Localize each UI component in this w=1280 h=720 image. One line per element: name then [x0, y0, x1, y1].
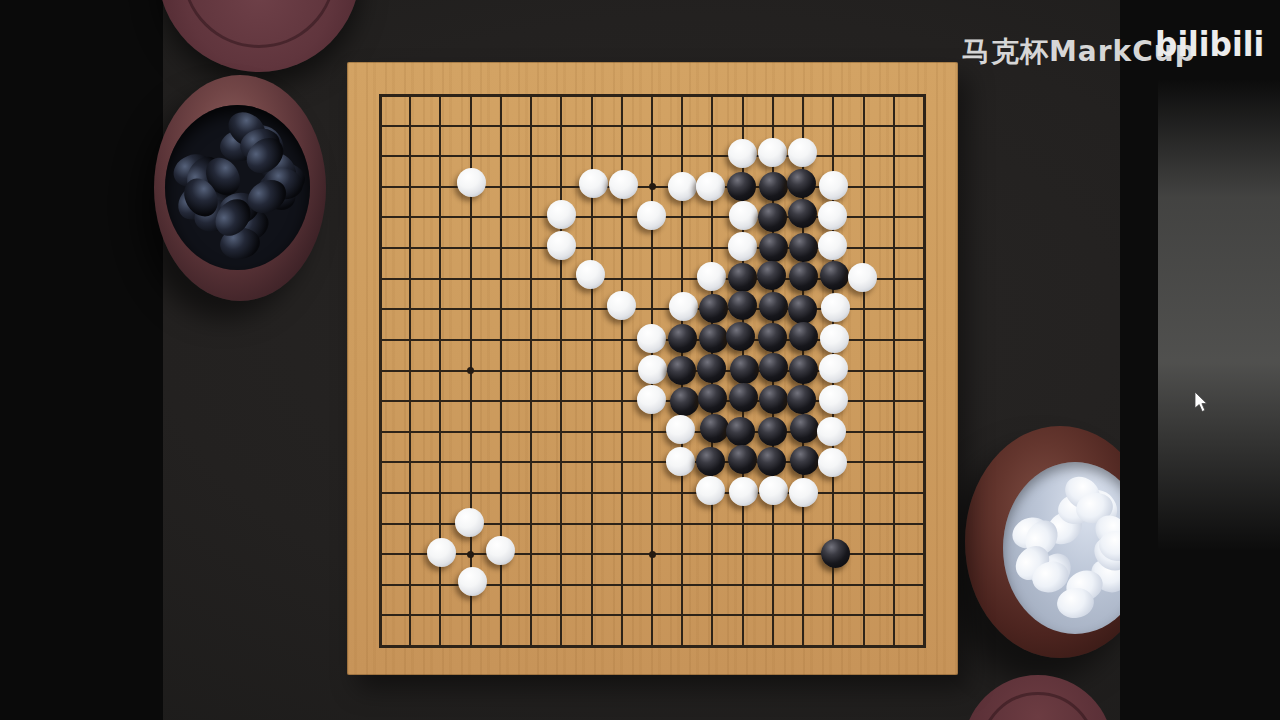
white-stone [486, 536, 515, 565]
white-stone [818, 448, 847, 477]
bowl-lid-bottom [963, 675, 1113, 720]
black-stone [789, 262, 818, 291]
white-stone [728, 139, 757, 168]
mouse-cursor-icon [1194, 392, 1210, 418]
white-stone [669, 292, 698, 321]
black-stone [821, 539, 850, 568]
black-stone [668, 324, 697, 353]
white-stone [817, 417, 846, 446]
video-frame[interactable]: 马克杯MarkCup bilibili [0, 0, 1280, 720]
white-stone [729, 201, 758, 230]
black-stone [788, 199, 817, 228]
left-black-strip [0, 0, 163, 720]
white-stone [579, 169, 608, 198]
white-stone [758, 138, 787, 167]
white-stone [820, 324, 849, 353]
black-stone [667, 356, 696, 385]
white-stone [819, 171, 848, 200]
white-stone [427, 538, 456, 567]
white-stone [609, 170, 638, 199]
black-stone [698, 384, 727, 413]
black-stone [730, 355, 759, 384]
go-board [347, 62, 958, 675]
white-stone [638, 355, 667, 384]
white-stone [666, 447, 695, 476]
white-stone [819, 354, 848, 383]
black-stone [726, 322, 755, 351]
white-stone [788, 138, 817, 167]
white-stone [728, 232, 757, 261]
right-black-strip [1120, 0, 1280, 720]
white-stone [666, 415, 695, 444]
white-stone [848, 263, 877, 292]
white-stone [818, 231, 847, 260]
black-stone [696, 447, 725, 476]
black-stone [759, 233, 788, 262]
black-stone [757, 447, 786, 476]
black-stone [757, 261, 786, 290]
black-stone [787, 385, 816, 414]
black-stone [699, 324, 728, 353]
black-stone [700, 414, 729, 443]
white-stone [697, 262, 726, 291]
black-stone [789, 322, 818, 351]
white-stone [818, 201, 847, 230]
black-stone [697, 354, 726, 383]
black-stone [728, 291, 757, 320]
white-stone [759, 476, 788, 505]
right-gray-glow [1158, 80, 1280, 550]
white-stone [547, 231, 576, 260]
black-stone [728, 263, 757, 292]
white-stone [576, 260, 605, 289]
black-stone [759, 385, 788, 414]
black-stone [727, 172, 756, 201]
white-stone [458, 567, 487, 596]
black-stone [758, 203, 787, 232]
white-stone [729, 477, 758, 506]
black-stone [788, 295, 817, 324]
black-stone [728, 445, 757, 474]
black-stone [820, 261, 849, 290]
black-stone [759, 292, 788, 321]
white-stone [547, 200, 576, 229]
black-stones-bowl [154, 75, 326, 301]
white-stone [637, 385, 666, 414]
black-stones-bowl-interior [165, 105, 310, 270]
black-stone [729, 383, 758, 412]
white-stone [455, 508, 484, 537]
black-stone [789, 233, 818, 262]
black-stone [726, 417, 755, 446]
white-stone [668, 172, 697, 201]
white-stone [819, 385, 848, 414]
black-stone [759, 353, 788, 382]
white-stone [607, 291, 636, 320]
black-stone [670, 387, 699, 416]
white-stone [789, 478, 818, 507]
black-stone [790, 446, 819, 475]
black-stone [758, 417, 787, 446]
white-stone [696, 172, 725, 201]
bowl-lid-top [158, 0, 360, 72]
black-stone [790, 414, 819, 443]
bilibili-logo: bilibili [1155, 24, 1264, 64]
black-stone [699, 294, 728, 323]
white-stone [637, 324, 666, 353]
white-stone [696, 476, 725, 505]
white-stone [457, 168, 486, 197]
white-stone [821, 293, 850, 322]
black-stone [789, 355, 818, 384]
black-stone [787, 169, 816, 198]
black-stone [759, 172, 788, 201]
black-stone [758, 323, 787, 352]
board-stones [347, 62, 958, 675]
white-stone [637, 201, 666, 230]
